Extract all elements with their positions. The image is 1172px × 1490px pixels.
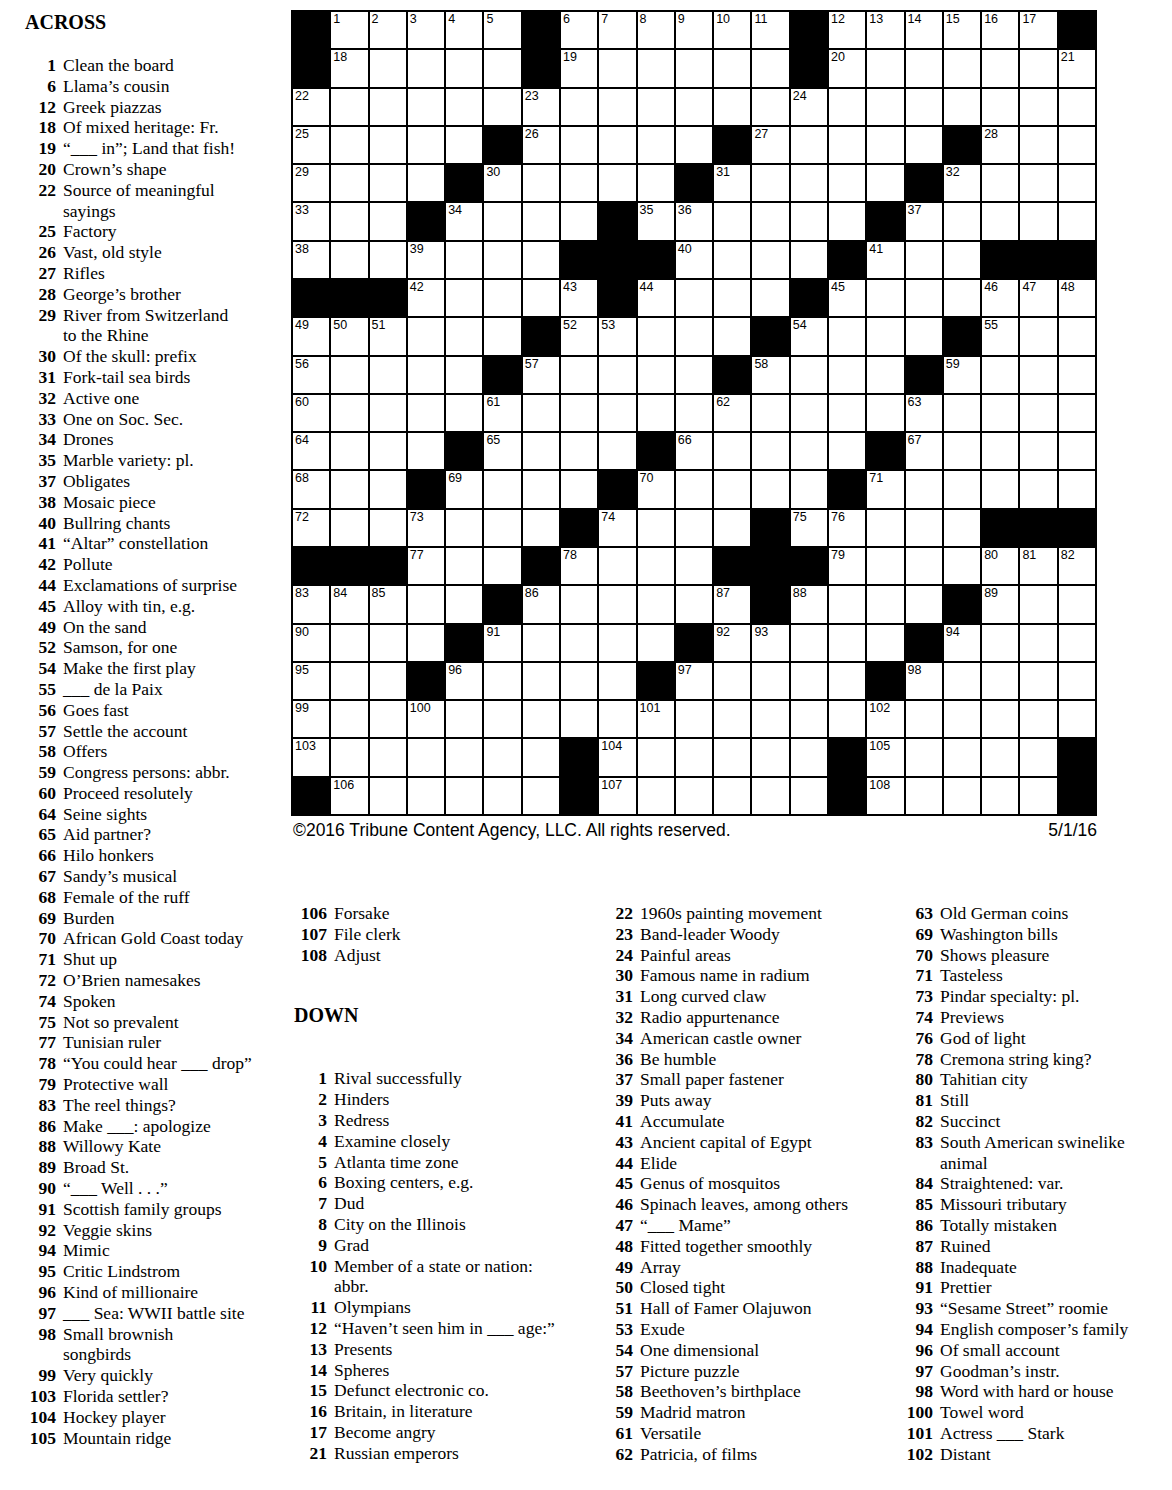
- grid-cell[interactable]: 69: [446, 471, 482, 507]
- grid-cell[interactable]: [599, 586, 635, 622]
- grid-cell[interactable]: [714, 739, 750, 775]
- grid-cell[interactable]: 83: [293, 586, 329, 622]
- grid-cell[interactable]: [599, 127, 635, 163]
- grid-cell[interactable]: 28: [982, 127, 1018, 163]
- grid-cell[interactable]: [331, 625, 367, 661]
- grid-cell[interactable]: 76: [829, 510, 865, 546]
- grid-cell[interactable]: [791, 433, 827, 469]
- grid-cell[interactable]: [714, 663, 750, 699]
- grid-cell[interactable]: 21: [1059, 50, 1095, 86]
- grid-cell[interactable]: [446, 280, 482, 316]
- grid-cell[interactable]: [484, 548, 520, 584]
- grid-cell[interactable]: [982, 701, 1018, 737]
- grid-cell[interactable]: 7: [599, 12, 635, 48]
- grid-cell[interactable]: [408, 586, 444, 622]
- grid-cell[interactable]: [1020, 586, 1056, 622]
- grid-cell[interactable]: 62: [714, 395, 750, 431]
- grid-cell[interactable]: [982, 625, 1018, 661]
- grid-cell[interactable]: [944, 395, 980, 431]
- grid-cell[interactable]: 56: [293, 357, 329, 393]
- grid-cell[interactable]: 23: [523, 89, 559, 125]
- grid-cell[interactable]: [791, 242, 827, 278]
- grid-cell[interactable]: [408, 433, 444, 469]
- grid-cell[interactable]: [867, 625, 903, 661]
- grid-cell[interactable]: [867, 357, 903, 393]
- grid-cell[interactable]: [599, 663, 635, 699]
- grid-cell[interactable]: [523, 625, 559, 661]
- grid-cell[interactable]: 16: [982, 12, 1018, 48]
- grid-cell[interactable]: 30: [484, 165, 520, 201]
- grid-cell[interactable]: [1020, 203, 1056, 239]
- grid-cell[interactable]: [944, 89, 980, 125]
- grid-cell[interactable]: [370, 89, 406, 125]
- grid-cell[interactable]: 64: [293, 433, 329, 469]
- grid-cell[interactable]: [752, 433, 788, 469]
- grid-cell[interactable]: [561, 357, 597, 393]
- grid-cell[interactable]: [676, 357, 712, 393]
- grid-cell[interactable]: [638, 586, 674, 622]
- grid-cell[interactable]: [408, 625, 444, 661]
- grid-cell[interactable]: [906, 127, 942, 163]
- grid-cell[interactable]: [906, 242, 942, 278]
- grid-cell[interactable]: [638, 127, 674, 163]
- grid-cell[interactable]: [561, 586, 597, 622]
- grid-cell[interactable]: 51: [370, 318, 406, 354]
- grid-cell[interactable]: [867, 395, 903, 431]
- grid-cell[interactable]: [829, 203, 865, 239]
- grid-cell[interactable]: [1059, 165, 1095, 201]
- grid-cell[interactable]: [561, 433, 597, 469]
- grid-cell[interactable]: [331, 701, 367, 737]
- grid-cell[interactable]: [676, 548, 712, 584]
- grid-cell[interactable]: 67: [906, 433, 942, 469]
- grid-cell[interactable]: [867, 548, 903, 584]
- grid-cell[interactable]: [714, 242, 750, 278]
- grid-cell[interactable]: [370, 395, 406, 431]
- grid-cell[interactable]: 3: [408, 12, 444, 48]
- grid-cell[interactable]: [676, 701, 712, 737]
- grid-cell[interactable]: [1059, 701, 1095, 737]
- grid-cell[interactable]: [446, 318, 482, 354]
- grid-cell[interactable]: 61: [484, 395, 520, 431]
- grid-cell[interactable]: 50: [331, 318, 367, 354]
- grid-cell[interactable]: [484, 318, 520, 354]
- grid-cell[interactable]: [484, 701, 520, 737]
- grid-cell[interactable]: [370, 663, 406, 699]
- grid-cell[interactable]: [446, 778, 482, 814]
- grid-cell[interactable]: [829, 701, 865, 737]
- grid-cell[interactable]: [906, 510, 942, 546]
- grid-cell[interactable]: [867, 318, 903, 354]
- grid-cell[interactable]: [523, 395, 559, 431]
- grid-cell[interactable]: [561, 203, 597, 239]
- grid-cell[interactable]: 94: [944, 625, 980, 661]
- grid-cell[interactable]: [1020, 165, 1056, 201]
- grid-cell[interactable]: [791, 663, 827, 699]
- grid-cell[interactable]: 45: [829, 280, 865, 316]
- grid-cell[interactable]: 93: [752, 625, 788, 661]
- grid-cell[interactable]: [1059, 395, 1095, 431]
- grid-cell[interactable]: [944, 280, 980, 316]
- grid-cell[interactable]: 33: [293, 203, 329, 239]
- grid-cell[interactable]: [408, 165, 444, 201]
- grid-cell[interactable]: 32: [944, 165, 980, 201]
- grid-cell[interactable]: 35: [638, 203, 674, 239]
- grid-cell[interactable]: 25: [293, 127, 329, 163]
- grid-cell[interactable]: 5: [484, 12, 520, 48]
- grid-cell[interactable]: [867, 586, 903, 622]
- grid-cell[interactable]: [829, 89, 865, 125]
- grid-cell[interactable]: [676, 510, 712, 546]
- grid-cell[interactable]: [982, 663, 1018, 699]
- grid-cell[interactable]: 102: [867, 701, 903, 737]
- grid-cell[interactable]: 79: [829, 548, 865, 584]
- grid-cell[interactable]: [944, 778, 980, 814]
- grid-cell[interactable]: [484, 280, 520, 316]
- grid-cell[interactable]: [331, 127, 367, 163]
- grid-cell[interactable]: [791, 165, 827, 201]
- grid-cell[interactable]: [561, 625, 597, 661]
- grid-cell[interactable]: [829, 586, 865, 622]
- grid-cell[interactable]: [752, 165, 788, 201]
- grid-cell[interactable]: [752, 242, 788, 278]
- grid-cell[interactable]: [714, 510, 750, 546]
- grid-cell[interactable]: [791, 203, 827, 239]
- grid-cell[interactable]: [446, 701, 482, 737]
- grid-cell[interactable]: [714, 50, 750, 86]
- grid-cell[interactable]: [1059, 586, 1095, 622]
- grid-cell[interactable]: [370, 203, 406, 239]
- grid-cell[interactable]: 58: [752, 357, 788, 393]
- grid-cell[interactable]: [1020, 357, 1056, 393]
- grid-cell[interactable]: [906, 548, 942, 584]
- grid-cell[interactable]: [408, 50, 444, 86]
- grid-cell[interactable]: [370, 242, 406, 278]
- grid-cell[interactable]: [331, 203, 367, 239]
- grid-cell[interactable]: [484, 778, 520, 814]
- grid-cell[interactable]: [599, 50, 635, 86]
- grid-cell[interactable]: [1020, 127, 1056, 163]
- grid-cell[interactable]: 17: [1020, 12, 1056, 48]
- grid-cell[interactable]: [1059, 471, 1095, 507]
- grid-cell[interactable]: 36: [676, 203, 712, 239]
- grid-cell[interactable]: [1020, 701, 1056, 737]
- grid-cell[interactable]: [523, 280, 559, 316]
- grid-cell[interactable]: [638, 548, 674, 584]
- grid-cell[interactable]: 4: [446, 12, 482, 48]
- grid-cell[interactable]: [446, 89, 482, 125]
- grid-cell[interactable]: [370, 50, 406, 86]
- grid-cell[interactable]: 104: [599, 739, 635, 775]
- grid-cell[interactable]: [676, 50, 712, 86]
- grid-cell[interactable]: [752, 89, 788, 125]
- grid-cell[interactable]: 72: [293, 510, 329, 546]
- grid-cell[interactable]: [446, 50, 482, 86]
- grid-cell[interactable]: [638, 89, 674, 125]
- grid-cell[interactable]: [676, 586, 712, 622]
- grid-cell[interactable]: [752, 50, 788, 86]
- grid-cell[interactable]: [867, 165, 903, 201]
- grid-cell[interactable]: [676, 127, 712, 163]
- grid-cell[interactable]: [944, 701, 980, 737]
- grid-cell[interactable]: [829, 357, 865, 393]
- grid-cell[interactable]: 92: [714, 625, 750, 661]
- grid-cell[interactable]: [638, 778, 674, 814]
- grid-cell[interactable]: [638, 50, 674, 86]
- grid-cell[interactable]: [676, 471, 712, 507]
- grid-cell[interactable]: [331, 510, 367, 546]
- grid-cell[interactable]: [752, 280, 788, 316]
- grid-cell[interactable]: [906, 318, 942, 354]
- grid-cell[interactable]: 48: [1059, 280, 1095, 316]
- grid-cell[interactable]: [829, 433, 865, 469]
- grid-cell[interactable]: 73: [408, 510, 444, 546]
- grid-cell[interactable]: [370, 510, 406, 546]
- grid-cell[interactable]: [1020, 89, 1056, 125]
- grid-cell[interactable]: [1059, 318, 1095, 354]
- grid-cell[interactable]: [714, 318, 750, 354]
- grid-cell[interactable]: 60: [293, 395, 329, 431]
- grid-cell[interactable]: [484, 663, 520, 699]
- grid-cell[interactable]: [599, 433, 635, 469]
- grid-cell[interactable]: [1059, 625, 1095, 661]
- grid-cell[interactable]: [523, 739, 559, 775]
- grid-cell[interactable]: 55: [982, 318, 1018, 354]
- grid-cell[interactable]: [408, 357, 444, 393]
- grid-cell[interactable]: 26: [523, 127, 559, 163]
- grid-cell[interactable]: [906, 280, 942, 316]
- grid-cell[interactable]: [752, 203, 788, 239]
- grid-cell[interactable]: [906, 89, 942, 125]
- grid-cell[interactable]: [791, 701, 827, 737]
- grid-cell[interactable]: [446, 395, 482, 431]
- grid-cell[interactable]: [982, 433, 1018, 469]
- grid-cell[interactable]: [944, 50, 980, 86]
- grid-cell[interactable]: [599, 701, 635, 737]
- grid-cell[interactable]: [446, 357, 482, 393]
- grid-cell[interactable]: 40: [676, 242, 712, 278]
- grid-cell[interactable]: 97: [676, 663, 712, 699]
- grid-cell[interactable]: 14: [906, 12, 942, 48]
- grid-cell[interactable]: [370, 165, 406, 201]
- grid-cell[interactable]: 9: [676, 12, 712, 48]
- grid-cell[interactable]: 75: [791, 510, 827, 546]
- grid-cell[interactable]: [906, 471, 942, 507]
- grid-cell[interactable]: 19: [561, 50, 597, 86]
- grid-cell[interactable]: [1059, 89, 1095, 125]
- grid-cell[interactable]: [714, 701, 750, 737]
- grid-cell[interactable]: [599, 548, 635, 584]
- grid-cell[interactable]: 96: [446, 663, 482, 699]
- grid-cell[interactable]: 18: [331, 50, 367, 86]
- grid-cell[interactable]: [638, 165, 674, 201]
- grid-cell[interactable]: [982, 395, 1018, 431]
- grid-cell[interactable]: [561, 471, 597, 507]
- grid-cell[interactable]: [408, 127, 444, 163]
- grid-cell[interactable]: [446, 739, 482, 775]
- grid-cell[interactable]: 98: [906, 663, 942, 699]
- grid-cell[interactable]: [523, 242, 559, 278]
- grid-cell[interactable]: [484, 739, 520, 775]
- grid-cell[interactable]: [752, 778, 788, 814]
- grid-cell[interactable]: 80: [982, 548, 1018, 584]
- grid-cell[interactable]: [484, 203, 520, 239]
- grid-cell[interactable]: [1020, 471, 1056, 507]
- grid-cell[interactable]: [331, 663, 367, 699]
- grid-cell[interactable]: 59: [944, 357, 980, 393]
- grid-cell[interactable]: [1059, 203, 1095, 239]
- grid-cell[interactable]: [1020, 663, 1056, 699]
- grid-cell[interactable]: [484, 89, 520, 125]
- grid-cell[interactable]: 65: [484, 433, 520, 469]
- grid-cell[interactable]: [446, 510, 482, 546]
- grid-cell[interactable]: 84: [331, 586, 367, 622]
- grid-cell[interactable]: 34: [446, 203, 482, 239]
- grid-cell[interactable]: [714, 89, 750, 125]
- grid-cell[interactable]: 52: [561, 318, 597, 354]
- grid-cell[interactable]: [1059, 663, 1095, 699]
- grid-cell[interactable]: [906, 586, 942, 622]
- grid-cell[interactable]: [982, 89, 1018, 125]
- grid-cell[interactable]: 68: [293, 471, 329, 507]
- grid-cell[interactable]: [752, 739, 788, 775]
- grid-cell[interactable]: [791, 625, 827, 661]
- grid-cell[interactable]: [982, 739, 1018, 775]
- grid-cell[interactable]: [1020, 318, 1056, 354]
- grid-cell[interactable]: [906, 50, 942, 86]
- grid-cell[interactable]: [1059, 433, 1095, 469]
- grid-cell[interactable]: [714, 778, 750, 814]
- grid-cell[interactable]: 43: [561, 280, 597, 316]
- grid-cell[interactable]: [791, 778, 827, 814]
- grid-cell[interactable]: [829, 318, 865, 354]
- grid-cell[interactable]: [484, 50, 520, 86]
- grid-cell[interactable]: [829, 127, 865, 163]
- grid-cell[interactable]: 99: [293, 701, 329, 737]
- grid-cell[interactable]: [906, 778, 942, 814]
- grid-cell[interactable]: [714, 280, 750, 316]
- grid-cell[interactable]: [370, 471, 406, 507]
- grid-cell[interactable]: [523, 433, 559, 469]
- grid-cell[interactable]: 12: [829, 12, 865, 48]
- grid-cell[interactable]: 77: [408, 548, 444, 584]
- grid-cell[interactable]: [561, 701, 597, 737]
- grid-cell[interactable]: 71: [867, 471, 903, 507]
- grid-cell[interactable]: [982, 165, 1018, 201]
- grid-cell[interactable]: [446, 242, 482, 278]
- grid-cell[interactable]: [523, 471, 559, 507]
- grid-cell[interactable]: 105: [867, 739, 903, 775]
- grid-cell[interactable]: 31: [714, 165, 750, 201]
- grid-cell[interactable]: 108: [867, 778, 903, 814]
- grid-cell[interactable]: 11: [752, 12, 788, 48]
- grid-cell[interactable]: [408, 739, 444, 775]
- grid-cell[interactable]: [331, 471, 367, 507]
- grid-cell[interactable]: [791, 739, 827, 775]
- grid-cell[interactable]: [829, 165, 865, 201]
- grid-cell[interactable]: [638, 739, 674, 775]
- grid-cell[interactable]: [408, 395, 444, 431]
- grid-cell[interactable]: [676, 739, 712, 775]
- grid-cell[interactable]: 2: [370, 12, 406, 48]
- grid-cell[interactable]: [1020, 625, 1056, 661]
- grid-cell[interactable]: [561, 127, 597, 163]
- grid-cell[interactable]: 20: [829, 50, 865, 86]
- grid-cell[interactable]: 70: [638, 471, 674, 507]
- grid-cell[interactable]: [408, 89, 444, 125]
- grid-cell[interactable]: 57: [523, 357, 559, 393]
- grid-cell[interactable]: [331, 242, 367, 278]
- grid-cell[interactable]: [982, 357, 1018, 393]
- grid-cell[interactable]: [523, 701, 559, 737]
- grid-cell[interactable]: 87: [714, 586, 750, 622]
- grid-cell[interactable]: [446, 127, 482, 163]
- grid-cell[interactable]: [599, 357, 635, 393]
- grid-cell[interactable]: [867, 280, 903, 316]
- grid-cell[interactable]: [906, 739, 942, 775]
- grid-cell[interactable]: 1: [331, 12, 367, 48]
- grid-cell[interactable]: [561, 165, 597, 201]
- grid-cell[interactable]: [523, 510, 559, 546]
- grid-cell[interactable]: 37: [906, 203, 942, 239]
- grid-cell[interactable]: [446, 548, 482, 584]
- grid-cell[interactable]: [408, 318, 444, 354]
- grid-cell[interactable]: 63: [906, 395, 942, 431]
- grid-cell[interactable]: [638, 510, 674, 546]
- grid-cell[interactable]: 81: [1020, 548, 1056, 584]
- grid-cell[interactable]: 41: [867, 242, 903, 278]
- grid-cell[interactable]: 27: [752, 127, 788, 163]
- grid-cell[interactable]: [714, 433, 750, 469]
- grid-cell[interactable]: 85: [370, 586, 406, 622]
- grid-cell[interactable]: [331, 395, 367, 431]
- grid-cell[interactable]: [791, 357, 827, 393]
- grid-cell[interactable]: [867, 89, 903, 125]
- grid-cell[interactable]: [752, 701, 788, 737]
- grid-cell[interactable]: 13: [867, 12, 903, 48]
- grid-cell[interactable]: 44: [638, 280, 674, 316]
- grid-cell[interactable]: [944, 471, 980, 507]
- grid-cell[interactable]: 49: [293, 318, 329, 354]
- grid-cell[interactable]: 10: [714, 12, 750, 48]
- grid-cell[interactable]: 78: [561, 548, 597, 584]
- grid-cell[interactable]: [370, 433, 406, 469]
- grid-cell[interactable]: [944, 548, 980, 584]
- grid-cell[interactable]: [484, 242, 520, 278]
- grid-cell[interactable]: 82: [1059, 548, 1095, 584]
- grid-cell[interactable]: [1059, 357, 1095, 393]
- grid-cell[interactable]: 42: [408, 280, 444, 316]
- grid-cell[interactable]: 53: [599, 318, 635, 354]
- grid-cell[interactable]: [676, 395, 712, 431]
- grid-cell[interactable]: [370, 625, 406, 661]
- grid-cell[interactable]: [1020, 433, 1056, 469]
- grid-cell[interactable]: 6: [561, 12, 597, 48]
- grid-cell[interactable]: [867, 127, 903, 163]
- grid-cell[interactable]: 90: [293, 625, 329, 661]
- grid-cell[interactable]: 106: [331, 778, 367, 814]
- grid-cell[interactable]: [599, 89, 635, 125]
- grid-cell[interactable]: 22: [293, 89, 329, 125]
- grid-cell[interactable]: 74: [599, 510, 635, 546]
- grid-cell[interactable]: [944, 663, 980, 699]
- grid-cell[interactable]: [370, 739, 406, 775]
- grid-cell[interactable]: 38: [293, 242, 329, 278]
- grid-cell[interactable]: [370, 778, 406, 814]
- grid-cell[interactable]: [1020, 395, 1056, 431]
- grid-cell[interactable]: [791, 471, 827, 507]
- grid-cell[interactable]: [638, 625, 674, 661]
